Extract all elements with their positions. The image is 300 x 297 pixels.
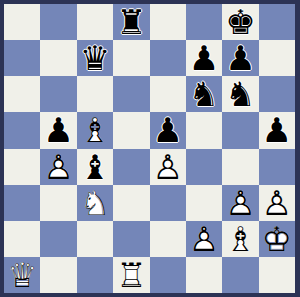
square-c4[interactable]: ♝ bbox=[77, 149, 113, 185]
black-pawn-icon: ♟ bbox=[262, 113, 292, 147]
square-d4[interactable] bbox=[113, 149, 149, 185]
square-f7[interactable]: ♟ bbox=[186, 40, 222, 76]
piece-white-pawn[interactable]: ♟♙ bbox=[150, 149, 186, 185]
square-b1[interactable] bbox=[40, 257, 76, 293]
piece-black-king[interactable]: ♚ bbox=[222, 4, 258, 40]
square-b5[interactable]: ♟ bbox=[40, 112, 76, 148]
black-knight-icon: ♞ bbox=[189, 77, 219, 111]
square-a4[interactable] bbox=[4, 149, 40, 185]
black-pawn-icon: ♟ bbox=[225, 41, 255, 75]
square-c2[interactable] bbox=[77, 221, 113, 257]
square-a5[interactable] bbox=[4, 112, 40, 148]
piece-black-pawn[interactable]: ♟ bbox=[259, 112, 295, 148]
square-a8[interactable] bbox=[4, 4, 40, 40]
white-pawn-outline-icon: ♙ bbox=[152, 150, 182, 184]
black-king-icon: ♚ bbox=[225, 5, 255, 39]
white-bishop-outline-icon: ♗ bbox=[80, 113, 110, 147]
piece-white-pawn[interactable]: ♟♙ bbox=[259, 185, 295, 221]
square-g8[interactable]: ♚ bbox=[222, 4, 258, 40]
white-rook-outline-icon: ♖ bbox=[116, 258, 146, 292]
white-pawn-outline-icon: ♙ bbox=[43, 150, 73, 184]
piece-white-knight[interactable]: ♞♘ bbox=[77, 185, 113, 221]
square-e6[interactable] bbox=[150, 76, 186, 112]
square-c1[interactable] bbox=[77, 257, 113, 293]
square-a1[interactable]: ♛♕ bbox=[4, 257, 40, 293]
square-g4[interactable] bbox=[222, 149, 258, 185]
square-a3[interactable] bbox=[4, 185, 40, 221]
piece-white-rook[interactable]: ♜♖ bbox=[113, 257, 149, 293]
piece-black-knight[interactable]: ♞ bbox=[222, 76, 258, 112]
square-g2[interactable]: ♝♗ bbox=[222, 221, 258, 257]
black-pawn-icon: ♟ bbox=[152, 113, 182, 147]
square-h8[interactable] bbox=[259, 4, 295, 40]
black-bishop-icon: ♝ bbox=[80, 150, 110, 184]
square-b8[interactable] bbox=[40, 4, 76, 40]
square-f1[interactable] bbox=[186, 257, 222, 293]
black-knight-icon: ♞ bbox=[225, 77, 255, 111]
square-d6[interactable] bbox=[113, 76, 149, 112]
square-a2[interactable] bbox=[4, 221, 40, 257]
square-b2[interactable] bbox=[40, 221, 76, 257]
chess-board-frame: ♜♚♛♟♟♞♞♟♝♗♟♟♟♙♝♟♙♞♘♟♙♟♙♟♙♝♗♚♔♛♕♜♖ bbox=[0, 0, 300, 297]
square-e2[interactable] bbox=[150, 221, 186, 257]
square-h4[interactable] bbox=[259, 149, 295, 185]
piece-white-pawn[interactable]: ♟♙ bbox=[186, 221, 222, 257]
square-d1[interactable]: ♜♖ bbox=[113, 257, 149, 293]
square-c3[interactable]: ♞♘ bbox=[77, 185, 113, 221]
piece-black-pawn[interactable]: ♟ bbox=[40, 112, 76, 148]
black-pawn-icon: ♟ bbox=[189, 41, 219, 75]
piece-white-bishop[interactable]: ♝♗ bbox=[77, 112, 113, 148]
square-h2[interactable]: ♚♔ bbox=[259, 221, 295, 257]
square-f4[interactable] bbox=[186, 149, 222, 185]
square-h6[interactable] bbox=[259, 76, 295, 112]
white-queen-outline-icon: ♕ bbox=[7, 258, 37, 292]
square-d2[interactable] bbox=[113, 221, 149, 257]
piece-white-bishop[interactable]: ♝♗ bbox=[222, 221, 258, 257]
square-b7[interactable] bbox=[40, 40, 76, 76]
square-c6[interactable] bbox=[77, 76, 113, 112]
square-g6[interactable]: ♞ bbox=[222, 76, 258, 112]
square-e5[interactable]: ♟ bbox=[150, 112, 186, 148]
square-f8[interactable] bbox=[186, 4, 222, 40]
chess-board: ♜♚♛♟♟♞♞♟♝♗♟♟♟♙♝♟♙♞♘♟♙♟♙♟♙♝♗♚♔♛♕♜♖ bbox=[4, 4, 295, 293]
piece-black-pawn[interactable]: ♟ bbox=[186, 40, 222, 76]
white-pawn-outline-icon: ♙ bbox=[262, 186, 292, 220]
white-pawn-outline-icon: ♙ bbox=[225, 186, 255, 220]
piece-white-king[interactable]: ♚♔ bbox=[259, 221, 295, 257]
piece-black-pawn[interactable]: ♟ bbox=[150, 112, 186, 148]
piece-white-pawn[interactable]: ♟♙ bbox=[222, 185, 258, 221]
black-pawn-icon: ♟ bbox=[43, 113, 73, 147]
square-g7[interactable]: ♟ bbox=[222, 40, 258, 76]
black-rook-icon: ♜ bbox=[116, 5, 146, 39]
square-a6[interactable] bbox=[4, 76, 40, 112]
square-e7[interactable] bbox=[150, 40, 186, 76]
square-d7[interactable] bbox=[113, 40, 149, 76]
square-f2[interactable]: ♟♙ bbox=[186, 221, 222, 257]
square-h1[interactable] bbox=[259, 257, 295, 293]
white-pawn-outline-icon: ♙ bbox=[189, 222, 219, 256]
square-a7[interactable] bbox=[4, 40, 40, 76]
square-g1[interactable] bbox=[222, 257, 258, 293]
square-h5[interactable]: ♟ bbox=[259, 112, 295, 148]
square-d3[interactable] bbox=[113, 185, 149, 221]
square-h3[interactable]: ♟♙ bbox=[259, 185, 295, 221]
square-f3[interactable] bbox=[186, 185, 222, 221]
piece-black-knight[interactable]: ♞ bbox=[186, 76, 222, 112]
piece-white-pawn[interactable]: ♟♙ bbox=[40, 149, 76, 185]
square-c5[interactable]: ♝♗ bbox=[77, 112, 113, 148]
piece-white-queen[interactable]: ♛♕ bbox=[4, 257, 40, 293]
square-d5[interactable] bbox=[113, 112, 149, 148]
square-b6[interactable] bbox=[40, 76, 76, 112]
square-e3[interactable] bbox=[150, 185, 186, 221]
white-knight-outline-icon: ♘ bbox=[80, 186, 110, 220]
white-bishop-outline-icon: ♗ bbox=[225, 222, 255, 256]
piece-black-pawn[interactable]: ♟ bbox=[222, 40, 258, 76]
black-queen-icon: ♛ bbox=[80, 41, 110, 75]
square-g5[interactable] bbox=[222, 112, 258, 148]
piece-black-bishop[interactable]: ♝ bbox=[77, 149, 113, 185]
square-b4[interactable]: ♟♙ bbox=[40, 149, 76, 185]
square-c7[interactable]: ♛ bbox=[77, 40, 113, 76]
square-f6[interactable]: ♞ bbox=[186, 76, 222, 112]
square-d8[interactable]: ♜ bbox=[113, 4, 149, 40]
square-c8[interactable] bbox=[77, 4, 113, 40]
piece-black-rook[interactable]: ♜ bbox=[113, 4, 149, 40]
white-king-outline-icon: ♔ bbox=[262, 222, 292, 256]
square-e4[interactable]: ♟♙ bbox=[150, 149, 186, 185]
piece-black-queen[interactable]: ♛ bbox=[77, 40, 113, 76]
square-e8[interactable] bbox=[150, 4, 186, 40]
square-e1[interactable] bbox=[150, 257, 186, 293]
square-g3[interactable]: ♟♙ bbox=[222, 185, 258, 221]
square-b3[interactable] bbox=[40, 185, 76, 221]
square-h7[interactable] bbox=[259, 40, 295, 76]
square-f5[interactable] bbox=[186, 112, 222, 148]
